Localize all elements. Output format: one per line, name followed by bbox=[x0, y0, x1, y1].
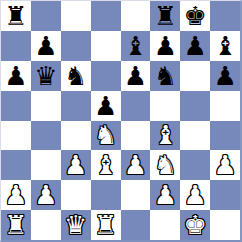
square-f4[interactable]: ♝ bbox=[150, 121, 180, 151]
square-g4[interactable] bbox=[180, 121, 210, 151]
square-g5[interactable] bbox=[180, 91, 210, 121]
square-d2[interactable] bbox=[91, 180, 121, 210]
piece-black-rook[interactable]: ♜ bbox=[4, 3, 27, 29]
square-a8[interactable]: ♜ bbox=[1, 1, 31, 31]
square-c7[interactable] bbox=[61, 31, 91, 61]
square-h3[interactable]: ♟ bbox=[210, 150, 240, 180]
piece-black-bishop[interactable]: ♝ bbox=[213, 33, 236, 59]
piece-black-pawn[interactable]: ♟ bbox=[94, 93, 117, 119]
square-h6[interactable]: ♟ bbox=[210, 61, 240, 91]
square-d7[interactable] bbox=[91, 31, 121, 61]
piece-black-bishop[interactable]: ♝ bbox=[124, 33, 147, 59]
piece-black-knight[interactable]: ♞ bbox=[64, 63, 87, 89]
square-b7[interactable]: ♟ bbox=[31, 31, 61, 61]
piece-white-pawn[interactable]: ♟ bbox=[213, 152, 236, 178]
square-a7[interactable] bbox=[1, 31, 31, 61]
piece-white-king[interactable]: ♚ bbox=[184, 212, 207, 238]
square-g6[interactable] bbox=[180, 61, 210, 91]
square-e1[interactable] bbox=[121, 210, 151, 240]
piece-black-pawn[interactable]: ♟ bbox=[184, 33, 207, 59]
square-b8[interactable] bbox=[31, 1, 61, 31]
square-b3[interactable] bbox=[31, 150, 61, 180]
piece-white-bishop[interactable]: ♝ bbox=[154, 122, 177, 148]
square-h8[interactable] bbox=[210, 1, 240, 31]
square-e7[interactable]: ♝ bbox=[121, 31, 151, 61]
square-c6[interactable]: ♞ bbox=[61, 61, 91, 91]
piece-white-pawn[interactable]: ♟ bbox=[64, 152, 87, 178]
square-d6[interactable] bbox=[91, 61, 121, 91]
piece-white-bishop[interactable]: ♝ bbox=[94, 152, 117, 178]
piece-white-pawn[interactable]: ♟ bbox=[124, 152, 147, 178]
square-b2[interactable]: ♟ bbox=[31, 180, 61, 210]
square-f1[interactable] bbox=[150, 210, 180, 240]
square-h1[interactable] bbox=[210, 210, 240, 240]
piece-white-rook[interactable]: ♜ bbox=[94, 212, 117, 238]
square-e4[interactable] bbox=[121, 121, 151, 151]
square-a1[interactable]: ♜ bbox=[1, 210, 31, 240]
piece-white-pawn[interactable]: ♟ bbox=[154, 182, 177, 208]
square-c8[interactable] bbox=[61, 1, 91, 31]
square-f8[interactable]: ♜ bbox=[150, 1, 180, 31]
square-b6[interactable]: ♛ bbox=[31, 61, 61, 91]
piece-black-rook[interactable]: ♜ bbox=[154, 3, 177, 29]
piece-white-knight[interactable]: ♞ bbox=[154, 152, 177, 178]
square-e3[interactable]: ♟ bbox=[121, 150, 151, 180]
square-c3[interactable]: ♟ bbox=[61, 150, 91, 180]
square-f2[interactable]: ♟ bbox=[150, 180, 180, 210]
chess-board: ♜♜♚♟♝♟♟♝♟♛♞♟♞♟♟♞♝♟♝♟♞♟♟♟♟♟♜♛♜♚ bbox=[0, 0, 242, 242]
square-e2[interactable] bbox=[121, 180, 151, 210]
square-f5[interactable] bbox=[150, 91, 180, 121]
piece-black-pawn[interactable]: ♟ bbox=[154, 33, 177, 59]
piece-black-pawn[interactable]: ♟ bbox=[4, 63, 27, 89]
square-h7[interactable]: ♝ bbox=[210, 31, 240, 61]
square-f7[interactable]: ♟ bbox=[150, 31, 180, 61]
square-h2[interactable] bbox=[210, 180, 240, 210]
square-c4[interactable] bbox=[61, 121, 91, 151]
piece-white-rook[interactable]: ♜ bbox=[4, 212, 27, 238]
square-h5[interactable] bbox=[210, 91, 240, 121]
square-g8[interactable]: ♚ bbox=[180, 1, 210, 31]
piece-white-knight[interactable]: ♞ bbox=[94, 122, 117, 148]
square-a4[interactable] bbox=[1, 121, 31, 151]
square-b1[interactable] bbox=[31, 210, 61, 240]
piece-white-pawn[interactable]: ♟ bbox=[34, 182, 57, 208]
square-d8[interactable] bbox=[91, 1, 121, 31]
piece-black-king[interactable]: ♚ bbox=[184, 3, 207, 29]
square-a2[interactable]: ♟ bbox=[1, 180, 31, 210]
square-b5[interactable] bbox=[31, 91, 61, 121]
square-a6[interactable]: ♟ bbox=[1, 61, 31, 91]
piece-black-pawn[interactable]: ♟ bbox=[34, 33, 57, 59]
square-f3[interactable]: ♞ bbox=[150, 150, 180, 180]
square-b4[interactable] bbox=[31, 121, 61, 151]
square-d1[interactable]: ♜ bbox=[91, 210, 121, 240]
piece-black-pawn[interactable]: ♟ bbox=[124, 63, 147, 89]
square-e6[interactable]: ♟ bbox=[121, 61, 151, 91]
square-g2[interactable]: ♟ bbox=[180, 180, 210, 210]
square-e8[interactable] bbox=[121, 1, 151, 31]
piece-black-pawn[interactable]: ♟ bbox=[213, 63, 236, 89]
square-f6[interactable]: ♞ bbox=[150, 61, 180, 91]
square-c2[interactable] bbox=[61, 180, 91, 210]
square-c1[interactable]: ♛ bbox=[61, 210, 91, 240]
square-a3[interactable] bbox=[1, 150, 31, 180]
square-d3[interactable]: ♝ bbox=[91, 150, 121, 180]
piece-white-queen[interactable]: ♛ bbox=[64, 212, 87, 238]
square-g1[interactable]: ♚ bbox=[180, 210, 210, 240]
square-a5[interactable] bbox=[1, 91, 31, 121]
piece-white-pawn[interactable]: ♟ bbox=[184, 182, 207, 208]
piece-black-knight[interactable]: ♞ bbox=[154, 63, 177, 89]
square-c5[interactable] bbox=[61, 91, 91, 121]
piece-black-queen[interactable]: ♛ bbox=[34, 63, 57, 89]
piece-white-pawn[interactable]: ♟ bbox=[4, 182, 27, 208]
square-d5[interactable]: ♟ bbox=[91, 91, 121, 121]
square-g3[interactable] bbox=[180, 150, 210, 180]
square-h4[interactable] bbox=[210, 121, 240, 151]
square-g7[interactable]: ♟ bbox=[180, 31, 210, 61]
square-d4[interactable]: ♞ bbox=[91, 121, 121, 151]
square-e5[interactable] bbox=[121, 91, 151, 121]
